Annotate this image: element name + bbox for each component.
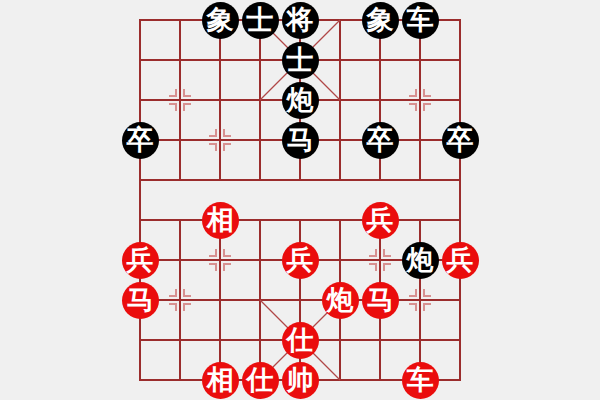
piece-glyph: 马 [367,286,394,313]
piece-black-f6r3[interactable]: 卒 [362,122,399,159]
piece-glyph: 仕 [287,326,314,353]
piece-black-f7r0[interactable]: 车 [402,2,439,39]
piece-red-f4r9[interactable]: 帅 [282,362,319,399]
piece-red-f2r9[interactable]: 相 [202,362,239,399]
piece-glyph: 卒 [127,126,154,153]
piece-red-f4r8[interactable]: 仕 [282,322,319,359]
piece-glyph: 车 [407,6,434,33]
piece-glyph: 马 [127,286,154,313]
piece-red-f5r7[interactable]: 炮 [322,282,359,319]
piece-black-f0r3[interactable]: 卒 [122,122,159,159]
piece-glyph: 卒 [447,126,474,153]
piece-glyph: 士 [247,6,274,33]
piece-glyph: 仕 [247,366,274,393]
piece-glyph: 兵 [447,246,474,273]
piece-black-f4r3[interactable]: 马 [282,122,319,159]
piece-black-f6r0[interactable]: 象 [362,2,399,39]
piece-black-f4r2[interactable]: 炮 [282,82,319,119]
piece-red-f7r9[interactable]: 车 [402,362,439,399]
piece-glyph: 兵 [127,246,154,273]
pieces-layer: 象士将象车士炮卒马卒卒相兵兵兵炮兵马炮马仕相仕帅车 [120,0,480,400]
piece-glyph: 帅 [287,366,314,393]
piece-black-f2r0[interactable]: 象 [202,2,239,39]
piece-red-f0r7[interactable]: 马 [122,282,159,319]
piece-glyph: 卒 [367,126,394,153]
piece-glyph: 象 [367,6,394,33]
piece-glyph: 车 [407,366,434,393]
piece-black-f8r3[interactable]: 卒 [442,122,479,159]
piece-red-f2r5[interactable]: 相 [202,202,239,239]
piece-red-f3r9[interactable]: 仕 [242,362,279,399]
piece-black-f3r0[interactable]: 士 [242,2,279,39]
piece-glyph: 将 [287,6,314,33]
piece-glyph: 兵 [367,206,394,233]
piece-glyph: 马 [287,126,314,153]
piece-glyph: 兵 [287,246,314,273]
piece-glyph: 士 [287,46,314,73]
piece-glyph: 相 [207,206,234,233]
piece-glyph: 炮 [287,86,314,113]
piece-black-f4r1[interactable]: 士 [282,42,319,79]
piece-black-f4r0[interactable]: 将 [282,2,319,39]
piece-glyph: 相 [207,366,234,393]
piece-red-f6r7[interactable]: 马 [362,282,399,319]
xiangqi-board: 象士将象车士炮卒马卒卒相兵兵兵炮兵马炮马仕相仕帅车 [0,0,600,400]
piece-red-f6r5[interactable]: 兵 [362,202,399,239]
piece-red-f0r6[interactable]: 兵 [122,242,159,279]
piece-glyph: 炮 [407,246,434,273]
piece-glyph: 炮 [327,286,354,313]
piece-red-f4r6[interactable]: 兵 [282,242,319,279]
piece-red-f8r6[interactable]: 兵 [442,242,479,279]
piece-black-f7r6[interactable]: 炮 [402,242,439,279]
piece-glyph: 象 [207,6,234,33]
